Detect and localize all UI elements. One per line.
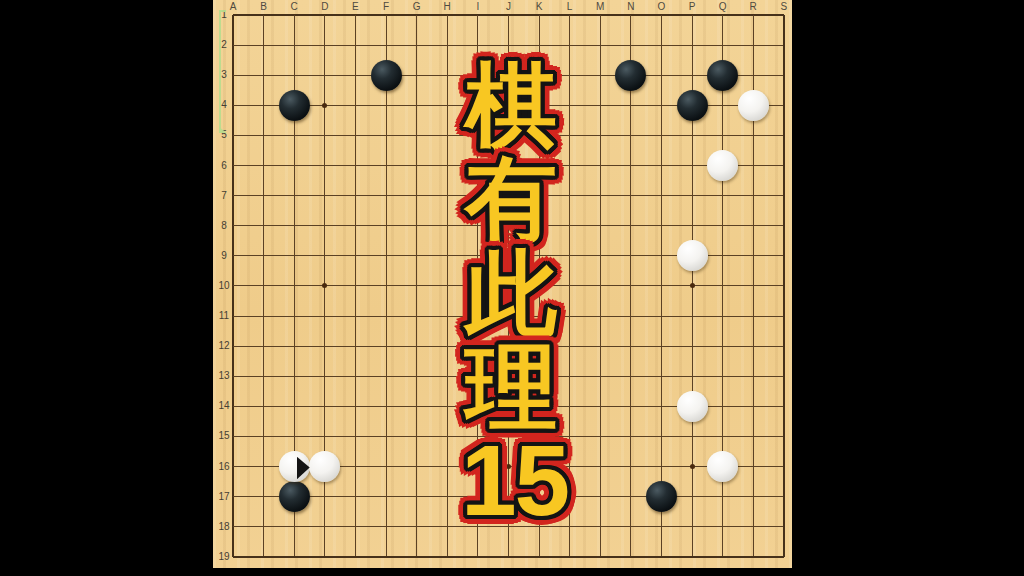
- stone-black-F3[interactable]: [371, 60, 402, 91]
- row-label-17: 17: [214, 491, 234, 502]
- go-board[interactable]: ABCDEFGHIJKLMNOPQRS123456789101112131415…: [213, 0, 792, 568]
- row-label-6: 6: [214, 160, 234, 171]
- column-label-G: G: [407, 1, 427, 12]
- row-label-16: 16: [214, 461, 234, 472]
- column-label-J: J: [498, 1, 518, 12]
- star-point-J4: [506, 103, 511, 108]
- column-label-F: F: [376, 1, 396, 12]
- letterbox-left: [0, 0, 213, 576]
- column-label-I: I: [468, 1, 488, 12]
- grid-line-horizontal: [233, 436, 784, 437]
- bracket-artifact-top-hook: [219, 10, 226, 12]
- stone-white-R4[interactable]: [738, 90, 769, 121]
- column-label-C: C: [284, 1, 304, 12]
- letterbox-right: [792, 0, 1024, 576]
- grid-line-vertical: [630, 15, 631, 557]
- bracket-artifact-line: [219, 10, 221, 133]
- stone-black-C17[interactable]: [279, 481, 310, 512]
- row-label-15: 15: [214, 430, 234, 441]
- grid-line-vertical: [661, 15, 662, 557]
- column-label-P: P: [682, 1, 702, 12]
- column-label-Q: Q: [713, 1, 733, 12]
- star-point-J16: [506, 464, 511, 469]
- row-label-13: 13: [214, 370, 234, 381]
- row-label-3: 3: [214, 69, 234, 80]
- grid-line-vertical: [600, 15, 601, 557]
- row-label-11: 11: [214, 310, 234, 321]
- grid-line-vertical: [539, 15, 540, 557]
- stone-white-Q6[interactable]: [707, 150, 738, 181]
- grid-line-horizontal: [233, 376, 784, 377]
- column-label-E: E: [345, 1, 365, 12]
- stone-white-Q16[interactable]: [707, 451, 738, 482]
- column-label-S: S: [774, 1, 794, 12]
- column-label-K: K: [529, 1, 549, 12]
- row-label-9: 9: [214, 250, 234, 261]
- row-label-2: 2: [214, 39, 234, 50]
- star-point-D4: [322, 103, 327, 108]
- stone-black-N3[interactable]: [615, 60, 646, 91]
- row-label-14: 14: [214, 400, 234, 411]
- grid-line-horizontal: [233, 556, 784, 558]
- star-point-P16: [690, 464, 695, 469]
- stone-white-P14[interactable]: [677, 391, 708, 422]
- star-point-J10: [506, 283, 511, 288]
- row-label-10: 10: [214, 280, 234, 291]
- row-label-8: 8: [214, 220, 234, 231]
- column-label-M: M: [590, 1, 610, 12]
- row-label-4: 4: [214, 99, 234, 110]
- app-background: ABCDEFGHIJKLMNOPQRS123456789101112131415…: [0, 0, 1024, 576]
- column-label-R: R: [743, 1, 763, 12]
- star-point-P10: [690, 283, 695, 288]
- star-point-D10: [322, 283, 327, 288]
- column-label-H: H: [437, 1, 457, 12]
- grid-line-horizontal: [233, 316, 784, 317]
- column-label-D: D: [315, 1, 335, 12]
- column-label-N: N: [621, 1, 641, 12]
- row-label-19: 19: [214, 551, 234, 562]
- row-label-12: 12: [214, 340, 234, 351]
- grid-line-horizontal: [233, 496, 784, 497]
- column-label-B: B: [254, 1, 274, 12]
- column-label-O: O: [651, 1, 671, 12]
- stone-black-O17[interactable]: [646, 481, 677, 512]
- stone-black-Q3[interactable]: [707, 60, 738, 91]
- stone-black-P4[interactable]: [677, 90, 708, 121]
- row-label-18: 18: [214, 521, 234, 532]
- column-label-L: L: [560, 1, 580, 12]
- row-label-7: 7: [214, 190, 234, 201]
- grid-line-horizontal: [233, 346, 784, 347]
- grid-line-horizontal: [233, 526, 784, 527]
- stone-black-C4[interactable]: [279, 90, 310, 121]
- stone-white-D16[interactable]: [309, 451, 340, 482]
- grid-line-vertical: [569, 15, 570, 557]
- grid-line-vertical: [783, 15, 785, 557]
- stone-white-P9[interactable]: [677, 240, 708, 271]
